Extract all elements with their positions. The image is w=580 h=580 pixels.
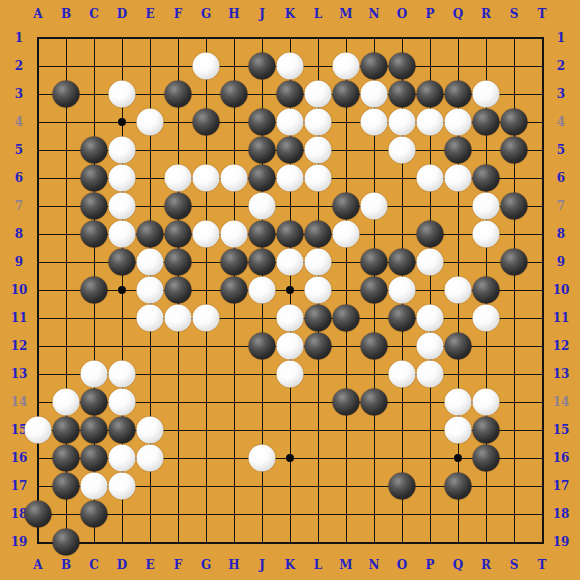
col-label-bottom: F — [174, 558, 183, 572]
row-label-left: 14 — [11, 395, 28, 409]
stone-black[interactable] — [473, 445, 500, 472]
stone-black[interactable] — [305, 221, 332, 248]
stone-black[interactable] — [445, 473, 472, 500]
stone-white[interactable] — [109, 137, 136, 164]
stone-white[interactable] — [389, 361, 416, 388]
stone-white[interactable] — [389, 277, 416, 304]
col-label-bottom: G — [201, 558, 211, 572]
row-label-right: 17 — [553, 479, 570, 493]
stone-white[interactable] — [221, 165, 248, 192]
star-point — [118, 118, 126, 126]
stone-white[interactable] — [81, 361, 108, 388]
stone-black[interactable] — [361, 277, 388, 304]
stone-black[interactable] — [53, 81, 80, 108]
stone-white[interactable] — [333, 53, 360, 80]
stone-white[interactable] — [417, 333, 444, 360]
col-label-bottom: P — [425, 558, 434, 572]
stone-white[interactable] — [277, 305, 304, 332]
stone-black[interactable] — [249, 165, 276, 192]
stone-white[interactable] — [277, 249, 304, 276]
stone-white[interactable] — [221, 221, 248, 248]
row-label-left: 4 — [15, 115, 23, 129]
col-label-bottom: A — [33, 558, 42, 572]
stone-white[interactable] — [305, 81, 332, 108]
stone-black[interactable] — [389, 305, 416, 332]
row-label-right: 5 — [557, 143, 565, 157]
stone-black[interactable] — [165, 277, 192, 304]
stone-black[interactable] — [53, 417, 80, 444]
col-label-top: H — [228, 7, 239, 21]
col-label-top: C — [89, 7, 99, 21]
stone-black[interactable] — [249, 221, 276, 248]
col-label-bottom: E — [145, 558, 154, 572]
go-board: AABBCCDDEEFFGGHHJJKKLLMMNNOOPPQQRRSSTT11… — [0, 0, 580, 580]
stone-black[interactable] — [501, 109, 528, 136]
stone-black[interactable] — [389, 53, 416, 80]
col-label-top: Q — [453, 7, 463, 21]
stone-black[interactable] — [501, 193, 528, 220]
row-label-right: 7 — [557, 199, 565, 213]
col-label-top: N — [369, 7, 380, 21]
stone-black[interactable] — [277, 137, 304, 164]
col-label-bottom: B — [61, 558, 71, 572]
stone-white[interactable] — [137, 445, 164, 472]
stone-white[interactable] — [361, 109, 388, 136]
stone-white[interactable] — [473, 193, 500, 220]
col-label-top: A — [33, 7, 42, 21]
stone-white[interactable] — [445, 109, 472, 136]
stone-white[interactable] — [417, 305, 444, 332]
col-label-bottom: N — [369, 558, 380, 572]
stone-black[interactable] — [361, 333, 388, 360]
stone-white[interactable] — [109, 193, 136, 220]
stone-black[interactable] — [361, 53, 388, 80]
stone-white[interactable] — [109, 361, 136, 388]
row-label-right: 19 — [553, 535, 570, 549]
stone-white[interactable] — [137, 249, 164, 276]
stone-black[interactable] — [81, 501, 108, 528]
stone-white[interactable] — [445, 417, 472, 444]
stone-black[interactable] — [333, 305, 360, 332]
row-label-left: 5 — [15, 143, 23, 157]
stone-white[interactable] — [109, 389, 136, 416]
stone-white[interactable] — [417, 109, 444, 136]
stone-white[interactable] — [389, 137, 416, 164]
col-label-top: F — [174, 7, 183, 21]
stone-black[interactable] — [25, 501, 52, 528]
stone-black[interactable] — [473, 277, 500, 304]
stone-white[interactable] — [249, 193, 276, 220]
stone-black[interactable] — [445, 333, 472, 360]
stone-black[interactable] — [333, 389, 360, 416]
stone-black[interactable] — [81, 277, 108, 304]
star-point — [118, 286, 126, 294]
stone-white[interactable] — [277, 333, 304, 360]
row-label-right: 14 — [553, 395, 570, 409]
row-label-left: 7 — [15, 199, 23, 213]
row-label-left: 10 — [11, 283, 28, 297]
stone-black[interactable] — [249, 137, 276, 164]
row-label-left: 6 — [15, 171, 23, 185]
stone-white[interactable] — [361, 81, 388, 108]
col-label-bottom: J — [259, 558, 265, 572]
stone-white[interactable] — [165, 165, 192, 192]
stone-white[interactable] — [25, 417, 52, 444]
row-label-left: 17 — [11, 479, 28, 493]
stone-black[interactable] — [473, 417, 500, 444]
stone-white[interactable] — [109, 445, 136, 472]
stone-white[interactable] — [109, 473, 136, 500]
row-label-left: 16 — [11, 451, 28, 465]
stone-white[interactable] — [193, 165, 220, 192]
row-label-left: 1 — [15, 31, 23, 45]
stone-white[interactable] — [445, 389, 472, 416]
stone-black[interactable] — [165, 81, 192, 108]
row-label-right: 18 — [553, 507, 570, 521]
stone-white[interactable] — [81, 473, 108, 500]
star-point — [286, 454, 294, 462]
row-label-right: 15 — [553, 423, 570, 437]
stone-white[interactable] — [193, 221, 220, 248]
row-label-left: 11 — [11, 311, 28, 325]
stone-black[interactable] — [249, 249, 276, 276]
col-label-top: E — [145, 7, 154, 21]
stone-black[interactable] — [445, 137, 472, 164]
stone-white[interactable] — [109, 221, 136, 248]
stone-white[interactable] — [445, 165, 472, 192]
stone-black[interactable] — [473, 109, 500, 136]
stone-black[interactable] — [445, 81, 472, 108]
stone-black[interactable] — [81, 137, 108, 164]
col-label-bottom: H — [228, 558, 239, 572]
col-label-top: O — [397, 7, 407, 21]
stone-black[interactable] — [501, 249, 528, 276]
stone-black[interactable] — [249, 109, 276, 136]
star-point — [286, 286, 294, 294]
stone-black[interactable] — [81, 193, 108, 220]
stone-black[interactable] — [53, 529, 80, 556]
stone-white[interactable] — [417, 165, 444, 192]
stone-white[interactable] — [305, 165, 332, 192]
col-label-top: G — [201, 7, 211, 21]
stone-black[interactable] — [81, 221, 108, 248]
row-label-right: 11 — [553, 311, 570, 325]
row-label-left: 12 — [11, 339, 28, 353]
stone-black[interactable] — [81, 165, 108, 192]
col-label-top: P — [425, 7, 434, 21]
stone-black[interactable] — [109, 417, 136, 444]
stone-white[interactable] — [305, 137, 332, 164]
stone-black[interactable] — [277, 221, 304, 248]
stone-white[interactable] — [389, 109, 416, 136]
stone-black[interactable] — [193, 109, 220, 136]
col-label-top: S — [510, 7, 519, 21]
stone-white[interactable] — [277, 53, 304, 80]
row-label-left: 8 — [15, 227, 23, 241]
col-label-bottom: M — [339, 558, 352, 572]
stone-white[interactable] — [165, 305, 192, 332]
stone-black[interactable] — [389, 473, 416, 500]
row-label-right: 12 — [553, 339, 570, 353]
stone-black[interactable] — [305, 333, 332, 360]
stone-white[interactable] — [109, 81, 136, 108]
stone-black[interactable] — [473, 165, 500, 192]
col-label-bottom: L — [314, 558, 322, 572]
stone-white[interactable] — [109, 165, 136, 192]
stone-black[interactable] — [81, 445, 108, 472]
row-label-right: 9 — [557, 255, 565, 269]
stone-white[interactable] — [417, 249, 444, 276]
col-label-bottom: S — [510, 558, 519, 572]
stone-black[interactable] — [417, 81, 444, 108]
stone-black[interactable] — [249, 333, 276, 360]
row-label-right: 2 — [557, 59, 565, 73]
col-label-top: B — [61, 7, 71, 21]
stone-black[interactable] — [165, 221, 192, 248]
stone-black[interactable] — [109, 249, 136, 276]
stone-black[interactable] — [361, 389, 388, 416]
col-label-top: D — [117, 7, 127, 21]
col-label-bottom: O — [397, 558, 407, 572]
stone-black[interactable] — [501, 137, 528, 164]
stone-white[interactable] — [137, 109, 164, 136]
stone-black[interactable] — [249, 53, 276, 80]
stone-white[interactable] — [249, 445, 276, 472]
stone-black[interactable] — [137, 221, 164, 248]
row-label-left: 2 — [15, 59, 23, 73]
stone-white[interactable] — [137, 305, 164, 332]
row-label-left: 13 — [11, 367, 28, 381]
stone-white[interactable] — [473, 221, 500, 248]
stone-white[interactable] — [277, 361, 304, 388]
stone-white[interactable] — [417, 361, 444, 388]
stone-white[interactable] — [305, 277, 332, 304]
stone-white[interactable] — [137, 277, 164, 304]
stone-black[interactable] — [81, 389, 108, 416]
stone-black[interactable] — [361, 249, 388, 276]
stone-white[interactable] — [53, 389, 80, 416]
col-label-top: K — [285, 7, 295, 21]
stone-white[interactable] — [473, 81, 500, 108]
stone-black[interactable] — [305, 305, 332, 332]
row-label-right: 13 — [553, 367, 570, 381]
col-label-bottom: D — [117, 558, 127, 572]
stone-white[interactable] — [277, 109, 304, 136]
stone-black[interactable] — [165, 193, 192, 220]
col-label-bottom: Q — [453, 558, 463, 572]
row-label-right: 8 — [557, 227, 565, 241]
stone-black[interactable] — [81, 417, 108, 444]
stone-black[interactable] — [53, 473, 80, 500]
col-label-top: M — [339, 7, 352, 21]
stone-white[interactable] — [361, 193, 388, 220]
screenshot-root: { "game": { "name": "go", "board_size": … — [0, 0, 580, 580]
stone-white[interactable] — [277, 165, 304, 192]
stone-black[interactable] — [165, 249, 192, 276]
col-label-top: J — [259, 7, 265, 21]
stone-black[interactable] — [221, 81, 248, 108]
stone-black[interactable] — [221, 277, 248, 304]
stone-black[interactable] — [53, 445, 80, 472]
stone-white[interactable] — [333, 221, 360, 248]
stone-white[interactable] — [193, 53, 220, 80]
stone-black[interactable] — [417, 221, 444, 248]
row-label-right: 1 — [557, 31, 565, 45]
star-point — [454, 454, 462, 462]
row-label-right: 3 — [557, 87, 565, 101]
row-label-right: 4 — [557, 115, 565, 129]
row-label-right: 10 — [553, 283, 570, 297]
row-label-right: 16 — [553, 451, 570, 465]
stone-black[interactable] — [333, 81, 360, 108]
stone-black[interactable] — [389, 81, 416, 108]
stone-white[interactable] — [305, 249, 332, 276]
col-label-bottom: C — [89, 558, 99, 572]
stone-white[interactable] — [445, 277, 472, 304]
col-label-top: T — [538, 7, 547, 21]
stone-white[interactable] — [193, 305, 220, 332]
col-label-top: R — [481, 7, 491, 21]
stone-black[interactable] — [389, 249, 416, 276]
stone-black[interactable] — [333, 193, 360, 220]
row-label-left: 9 — [15, 255, 23, 269]
row-label-right: 6 — [557, 171, 565, 185]
stone-white[interactable] — [305, 109, 332, 136]
col-label-bottom: R — [481, 558, 491, 572]
stone-black[interactable] — [277, 81, 304, 108]
col-label-bottom: K — [285, 558, 295, 572]
row-label-left: 3 — [15, 87, 23, 101]
stone-white[interactable] — [249, 277, 276, 304]
stone-black[interactable] — [221, 249, 248, 276]
stone-white[interactable] — [137, 417, 164, 444]
col-label-top: L — [314, 7, 322, 21]
stone-white[interactable] — [473, 389, 500, 416]
stone-white[interactable] — [473, 305, 500, 332]
row-label-left: 19 — [11, 535, 28, 549]
col-label-bottom: T — [538, 558, 547, 572]
